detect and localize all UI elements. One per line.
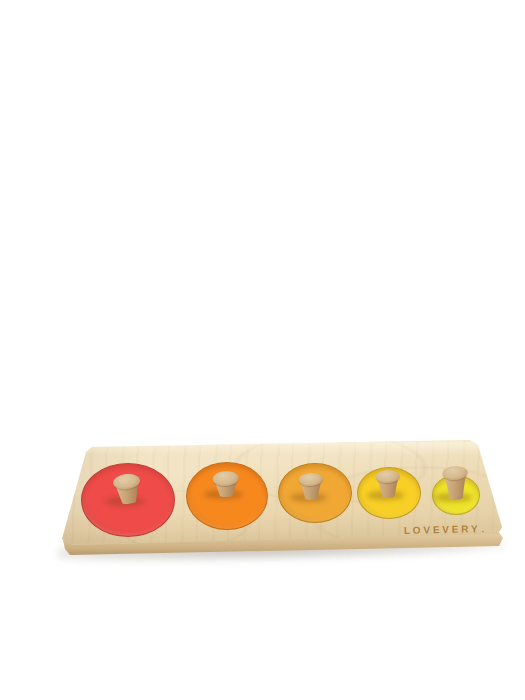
circle-yellow-peg[interactable]: [376, 470, 401, 499]
circle-amber-peg[interactable]: [299, 473, 324, 501]
circle-orange-peg[interactable]: [212, 470, 239, 497]
brand-period: .: [481, 523, 484, 534]
circle-red-peg[interactable]: [112, 472, 142, 505]
brand-logo: LOVEVERY.: [396, 523, 492, 536]
pieces-layer: [0, 0, 525, 700]
brand-text: LOVEVERY: [404, 523, 481, 536]
product-photo-stage: LOVEVERY.: [0, 0, 525, 700]
circle-lemon-peg[interactable]: [442, 465, 469, 500]
